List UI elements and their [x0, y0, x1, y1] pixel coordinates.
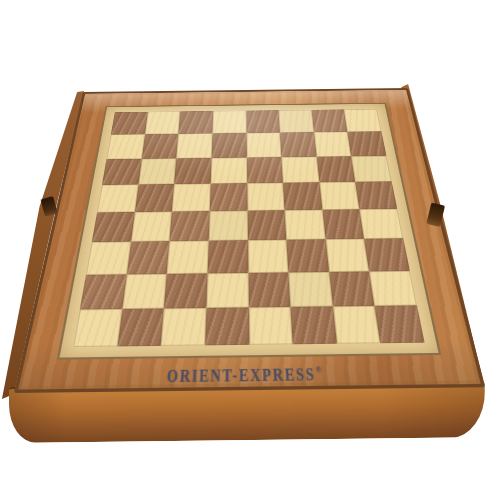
- square-g7[interactable]: [313, 131, 351, 155]
- square-b2[interactable]: [121, 273, 166, 308]
- square-g1[interactable]: [332, 305, 380, 343]
- square-g3[interactable]: [325, 238, 369, 270]
- registered-trademark-icon: ®: [315, 364, 322, 375]
- square-g8[interactable]: [311, 109, 347, 132]
- square-g5[interactable]: [319, 181, 360, 209]
- square-e2[interactable]: [247, 271, 290, 306]
- square-d6[interactable]: [210, 157, 246, 183]
- square-d4[interactable]: [208, 210, 247, 240]
- square-b8[interactable]: [144, 111, 180, 134]
- square-h5[interactable]: [355, 181, 397, 209]
- square-d8[interactable]: [212, 110, 246, 133]
- square-e3[interactable]: [247, 239, 288, 272]
- square-g6[interactable]: [316, 155, 355, 181]
- square-f4[interactable]: [284, 209, 325, 239]
- square-h1[interactable]: [374, 305, 424, 343]
- square-c2[interactable]: [164, 272, 207, 307]
- board-photo: ORIENT-EXPRESS®: [0, 0, 500, 500]
- square-e6[interactable]: [246, 156, 283, 182]
- square-e1[interactable]: [248, 306, 292, 344]
- square-h7[interactable]: [347, 131, 386, 155]
- square-b3[interactable]: [126, 241, 169, 274]
- square-h8[interactable]: [344, 109, 381, 132]
- square-f1[interactable]: [290, 306, 336, 344]
- square-h6[interactable]: [351, 155, 391, 181]
- square-f6[interactable]: [281, 156, 319, 182]
- square-e4[interactable]: [247, 210, 286, 240]
- brand-text: ORIENT-EXPRESS®: [76, 362, 412, 388]
- square-b5[interactable]: [134, 183, 174, 211]
- square-b7[interactable]: [141, 134, 178, 159]
- chess-board: ORIENT-EXPRESS®: [13, 88, 485, 393]
- square-d2[interactable]: [206, 272, 248, 307]
- perspective-scene: ORIENT-EXPRESS®: [0, 0, 500, 500]
- square-f5[interactable]: [283, 182, 322, 210]
- square-d1[interactable]: [204, 307, 248, 345]
- square-c1[interactable]: [160, 307, 205, 345]
- square-f8[interactable]: [278, 109, 313, 132]
- square-f7[interactable]: [280, 132, 316, 156]
- square-d7[interactable]: [211, 133, 246, 157]
- square-f3[interactable]: [286, 239, 328, 272]
- square-a2[interactable]: [79, 273, 126, 308]
- square-a1[interactable]: [73, 308, 122, 346]
- square-e8[interactable]: [245, 110, 279, 133]
- square-a3[interactable]: [85, 241, 130, 274]
- square-a6[interactable]: [101, 158, 141, 184]
- square-e5[interactable]: [246, 182, 284, 210]
- square-d3[interactable]: [207, 240, 247, 273]
- brand-label: ORIENT-EXPRESS: [166, 363, 316, 386]
- square-c8[interactable]: [178, 111, 213, 134]
- square-b6[interactable]: [138, 158, 176, 184]
- square-c3[interactable]: [166, 240, 208, 273]
- board-inner-panel: [56, 102, 441, 359]
- square-c7[interactable]: [176, 133, 212, 158]
- square-h2[interactable]: [369, 270, 417, 305]
- square-a4[interactable]: [91, 212, 134, 242]
- square-d5[interactable]: [209, 183, 247, 211]
- square-a5[interactable]: [97, 184, 138, 212]
- square-c6[interactable]: [174, 157, 211, 183]
- square-g2[interactable]: [328, 270, 374, 305]
- square-a7[interactable]: [106, 134, 144, 159]
- square-e7[interactable]: [246, 132, 281, 156]
- board-grid: [73, 109, 424, 347]
- square-b4[interactable]: [130, 211, 171, 241]
- square-g4[interactable]: [322, 209, 364, 239]
- square-c4[interactable]: [169, 211, 209, 241]
- square-b1[interactable]: [116, 308, 163, 346]
- square-c5[interactable]: [172, 183, 211, 211]
- photo-background: ORIENT-EXPRESS®: [0, 0, 500, 500]
- square-h3[interactable]: [364, 238, 409, 270]
- square-h4[interactable]: [359, 208, 403, 238]
- square-f2[interactable]: [288, 271, 332, 306]
- square-a8[interactable]: [110, 111, 147, 134]
